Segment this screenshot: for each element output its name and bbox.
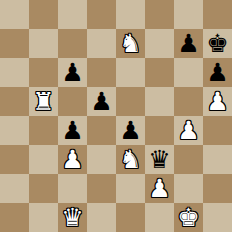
- white-pawn: ♟: [148, 174, 170, 203]
- square-h2[interactable]: [203, 174, 232, 203]
- square-h8[interactable]: [203, 0, 232, 29]
- square-f3[interactable]: ♛: [145, 145, 174, 174]
- square-g8[interactable]: [174, 0, 203, 29]
- square-e7[interactable]: ♞: [116, 29, 145, 58]
- square-b8[interactable]: [29, 0, 58, 29]
- square-d4[interactable]: [87, 116, 116, 145]
- square-h7[interactable]: ♚: [203, 29, 232, 58]
- square-g4[interactable]: ♟: [174, 116, 203, 145]
- square-f2[interactable]: ♟: [145, 174, 174, 203]
- square-f4[interactable]: [145, 116, 174, 145]
- square-g3[interactable]: [174, 145, 203, 174]
- square-b6[interactable]: [29, 58, 58, 87]
- square-b1[interactable]: [29, 203, 58, 232]
- square-e3[interactable]: ♞: [116, 145, 145, 174]
- black-pawn: ♟: [177, 29, 199, 58]
- square-a1[interactable]: [0, 203, 29, 232]
- square-a8[interactable]: [0, 0, 29, 29]
- square-e5[interactable]: [116, 87, 145, 116]
- square-a5[interactable]: [0, 87, 29, 116]
- square-h1[interactable]: [203, 203, 232, 232]
- black-pawn: ♟: [206, 58, 228, 87]
- white-pawn: ♟: [61, 145, 83, 174]
- black-king: ♚: [206, 29, 228, 58]
- black-queen: ♛: [148, 145, 170, 174]
- square-a7[interactable]: [0, 29, 29, 58]
- square-c7[interactable]: [58, 29, 87, 58]
- square-e4[interactable]: ♟: [116, 116, 145, 145]
- square-e6[interactable]: [116, 58, 145, 87]
- square-b5[interactable]: ♜: [29, 87, 58, 116]
- square-a2[interactable]: [0, 174, 29, 203]
- square-d1[interactable]: [87, 203, 116, 232]
- white-knight: ♞: [119, 145, 141, 174]
- square-c4[interactable]: ♟: [58, 116, 87, 145]
- square-g1[interactable]: ♚: [174, 203, 203, 232]
- white-queen: ♛: [61, 203, 83, 232]
- square-d5[interactable]: ♟: [87, 87, 116, 116]
- black-pawn: ♟: [90, 87, 112, 116]
- square-e2[interactable]: [116, 174, 145, 203]
- chess-board: ♞♟♚♟♟♜♟♟♟♟♟♟♞♛♟♛♚: [0, 0, 232, 232]
- square-d2[interactable]: [87, 174, 116, 203]
- black-pawn: ♟: [61, 116, 83, 145]
- white-pawn: ♟: [206, 87, 228, 116]
- square-g2[interactable]: [174, 174, 203, 203]
- square-f1[interactable]: [145, 203, 174, 232]
- square-f8[interactable]: [145, 0, 174, 29]
- square-c2[interactable]: [58, 174, 87, 203]
- square-h3[interactable]: [203, 145, 232, 174]
- square-c8[interactable]: [58, 0, 87, 29]
- square-c3[interactable]: ♟: [58, 145, 87, 174]
- black-pawn: ♟: [61, 58, 83, 87]
- square-b2[interactable]: [29, 174, 58, 203]
- square-d8[interactable]: [87, 0, 116, 29]
- square-b3[interactable]: [29, 145, 58, 174]
- square-h4[interactable]: [203, 116, 232, 145]
- square-f7[interactable]: [145, 29, 174, 58]
- square-g7[interactable]: ♟: [174, 29, 203, 58]
- square-a6[interactable]: [0, 58, 29, 87]
- square-b7[interactable]: [29, 29, 58, 58]
- square-c1[interactable]: ♛: [58, 203, 87, 232]
- square-g5[interactable]: [174, 87, 203, 116]
- square-d7[interactable]: [87, 29, 116, 58]
- square-b4[interactable]: [29, 116, 58, 145]
- white-pawn: ♟: [177, 116, 199, 145]
- square-a3[interactable]: [0, 145, 29, 174]
- square-d6[interactable]: [87, 58, 116, 87]
- black-pawn: ♟: [119, 116, 141, 145]
- square-e8[interactable]: [116, 0, 145, 29]
- square-f5[interactable]: [145, 87, 174, 116]
- square-g6[interactable]: [174, 58, 203, 87]
- square-d3[interactable]: [87, 145, 116, 174]
- square-h6[interactable]: ♟: [203, 58, 232, 87]
- square-a4[interactable]: [0, 116, 29, 145]
- white-rook: ♜: [32, 87, 54, 116]
- white-knight: ♞: [119, 29, 141, 58]
- square-e1[interactable]: [116, 203, 145, 232]
- square-f6[interactable]: [145, 58, 174, 87]
- square-c5[interactable]: [58, 87, 87, 116]
- white-king: ♚: [177, 203, 199, 232]
- square-h5[interactable]: ♟: [203, 87, 232, 116]
- square-c6[interactable]: ♟: [58, 58, 87, 87]
